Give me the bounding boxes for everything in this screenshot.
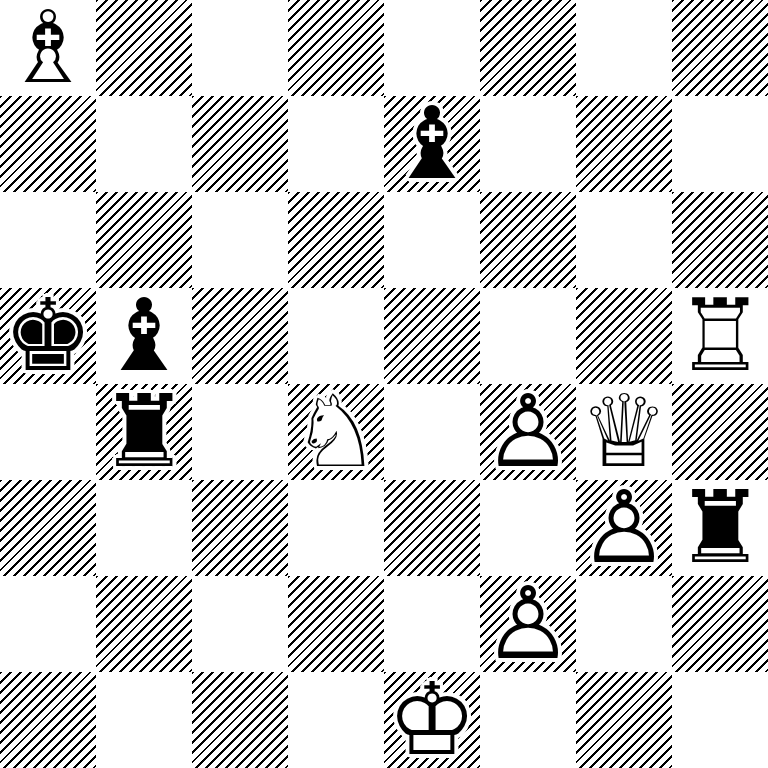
white-pawn-g3[interactable]: ♟♙ xyxy=(576,480,672,576)
square-f6[interactable] xyxy=(480,192,576,288)
square-h5[interactable]: ♜♖ xyxy=(672,288,768,384)
square-e1[interactable]: ♚♔ xyxy=(384,672,480,768)
chess-board: ♝♗♝♝♚♚♝♝♜♖♜♜♞♘♟♙♛♕♟♙♜♜♟♙♚♔ xyxy=(0,0,768,768)
square-e2[interactable] xyxy=(384,576,480,672)
square-a2[interactable] xyxy=(0,576,96,672)
black-rook-b4[interactable]: ♜♜ xyxy=(96,384,192,480)
square-a6[interactable] xyxy=(0,192,96,288)
square-g4[interactable]: ♛♕ xyxy=(576,384,672,480)
square-f4[interactable]: ♟♙ xyxy=(480,384,576,480)
square-b7[interactable] xyxy=(96,96,192,192)
square-d1[interactable] xyxy=(288,672,384,768)
square-b4[interactable]: ♜♜ xyxy=(96,384,192,480)
chess-diagram: ♝♗♝♝♚♚♝♝♜♖♜♜♞♘♟♙♛♕♟♙♜♜♟♙♚♔ xyxy=(0,0,768,768)
square-f8[interactable] xyxy=(480,0,576,96)
square-h1[interactable] xyxy=(672,672,768,768)
square-c2[interactable] xyxy=(192,576,288,672)
square-d8[interactable] xyxy=(288,0,384,96)
square-e3[interactable] xyxy=(384,480,480,576)
black-bishop-icon: ♝ xyxy=(384,96,480,192)
white-king-icon: ♔ xyxy=(384,672,480,768)
square-b2[interactable] xyxy=(96,576,192,672)
square-b5[interactable]: ♝♝ xyxy=(96,288,192,384)
square-d4[interactable]: ♞♘ xyxy=(288,384,384,480)
white-rook-h5[interactable]: ♜♖ xyxy=(672,288,768,384)
square-d6[interactable] xyxy=(288,192,384,288)
square-a1[interactable] xyxy=(0,672,96,768)
square-d5[interactable] xyxy=(288,288,384,384)
square-f5[interactable] xyxy=(480,288,576,384)
square-a4[interactable] xyxy=(0,384,96,480)
square-e6[interactable] xyxy=(384,192,480,288)
square-g2[interactable] xyxy=(576,576,672,672)
square-h7[interactable] xyxy=(672,96,768,192)
square-e5[interactable] xyxy=(384,288,480,384)
square-h4[interactable] xyxy=(672,384,768,480)
square-f1[interactable] xyxy=(480,672,576,768)
white-queen-icon: ♕ xyxy=(576,384,672,480)
white-king-e1[interactable]: ♚♔ xyxy=(384,672,480,768)
square-f7[interactable] xyxy=(480,96,576,192)
square-c1[interactable] xyxy=(192,672,288,768)
white-pawn-f4[interactable]: ♟♙ xyxy=(480,384,576,480)
square-c6[interactable] xyxy=(192,192,288,288)
white-pawn-icon: ♙ xyxy=(480,576,576,672)
white-knight-d4[interactable]: ♞♘ xyxy=(288,384,384,480)
white-pawn-icon: ♙ xyxy=(576,480,672,576)
black-rook-h3[interactable]: ♜♜ xyxy=(672,480,768,576)
square-a8[interactable]: ♝♗ xyxy=(0,0,96,96)
square-e8[interactable] xyxy=(384,0,480,96)
square-e7[interactable]: ♝♝ xyxy=(384,96,480,192)
square-d3[interactable] xyxy=(288,480,384,576)
square-h8[interactable] xyxy=(672,0,768,96)
square-g1[interactable] xyxy=(576,672,672,768)
square-c4[interactable] xyxy=(192,384,288,480)
square-b8[interactable] xyxy=(96,0,192,96)
square-c8[interactable] xyxy=(192,0,288,96)
square-g5[interactable] xyxy=(576,288,672,384)
square-d2[interactable] xyxy=(288,576,384,672)
black-rook-icon: ♜ xyxy=(672,480,768,576)
square-a7[interactable] xyxy=(0,96,96,192)
square-h3[interactable]: ♜♜ xyxy=(672,480,768,576)
white-rook-icon: ♖ xyxy=(672,288,768,384)
black-rook-icon: ♜ xyxy=(96,384,192,480)
black-bishop-b5[interactable]: ♝♝ xyxy=(96,288,192,384)
white-pawn-icon: ♙ xyxy=(480,384,576,480)
square-a5[interactable]: ♚♚ xyxy=(0,288,96,384)
black-king-icon: ♚ xyxy=(0,288,96,384)
white-queen-g4[interactable]: ♛♕ xyxy=(576,384,672,480)
square-h6[interactable] xyxy=(672,192,768,288)
square-g6[interactable] xyxy=(576,192,672,288)
square-e4[interactable] xyxy=(384,384,480,480)
square-a3[interactable] xyxy=(0,480,96,576)
square-g8[interactable] xyxy=(576,0,672,96)
white-bishop-a8[interactable]: ♝♗ xyxy=(0,0,96,96)
square-f2[interactable]: ♟♙ xyxy=(480,576,576,672)
square-c5[interactable] xyxy=(192,288,288,384)
square-f3[interactable] xyxy=(480,480,576,576)
square-b6[interactable] xyxy=(96,192,192,288)
square-c3[interactable] xyxy=(192,480,288,576)
white-knight-icon: ♘ xyxy=(288,384,384,480)
square-g3[interactable]: ♟♙ xyxy=(576,480,672,576)
white-pawn-f2[interactable]: ♟♙ xyxy=(480,576,576,672)
square-h2[interactable] xyxy=(672,576,768,672)
white-bishop-icon: ♗ xyxy=(0,0,96,96)
black-bishop-icon: ♝ xyxy=(96,288,192,384)
black-king-a5[interactable]: ♚♚ xyxy=(0,288,96,384)
square-b3[interactable] xyxy=(96,480,192,576)
square-g7[interactable] xyxy=(576,96,672,192)
black-bishop-e7[interactable]: ♝♝ xyxy=(384,96,480,192)
square-b1[interactable] xyxy=(96,672,192,768)
square-d7[interactable] xyxy=(288,96,384,192)
square-c7[interactable] xyxy=(192,96,288,192)
